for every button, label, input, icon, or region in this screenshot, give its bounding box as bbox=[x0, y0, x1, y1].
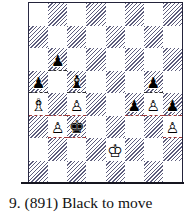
square-a7 bbox=[29, 26, 48, 49]
piece-white-pawn: ♙ bbox=[166, 121, 179, 137]
square-f6 bbox=[125, 48, 144, 71]
square-c8 bbox=[67, 3, 86, 26]
piece-black-pawn: ♟ bbox=[51, 54, 64, 70]
square-c5: ♝ bbox=[67, 71, 86, 94]
square-g7 bbox=[144, 26, 163, 49]
square-f2 bbox=[125, 138, 144, 161]
square-b1 bbox=[48, 161, 67, 184]
square-f3 bbox=[125, 116, 144, 139]
square-d7 bbox=[86, 26, 105, 49]
square-e2: ♔ bbox=[106, 138, 125, 161]
square-h7 bbox=[163, 26, 182, 49]
square-b8 bbox=[48, 3, 67, 26]
diagram-page: ♟♟♝♟♗♙♟♙♟♙♚♙♔ 9. (891) Black to move bbox=[0, 0, 185, 218]
square-f5 bbox=[125, 71, 144, 94]
square-h5 bbox=[163, 71, 182, 94]
square-e4 bbox=[106, 93, 125, 116]
square-g8 bbox=[144, 3, 163, 26]
square-h6 bbox=[163, 48, 182, 71]
square-c6 bbox=[67, 48, 86, 71]
square-g3 bbox=[144, 116, 163, 139]
piece-black-pawn: ♟ bbox=[32, 76, 45, 92]
chess-board: ♟♟♝♟♗♙♟♙♟♙♚♙♔ bbox=[28, 2, 183, 183]
piece-black-pawn: ♟ bbox=[127, 99, 140, 115]
square-e6 bbox=[106, 48, 125, 71]
piece-black-pawn: ♟ bbox=[147, 76, 160, 92]
square-h1 bbox=[163, 161, 182, 184]
square-h4: ♟ bbox=[163, 93, 182, 116]
square-g6 bbox=[144, 48, 163, 71]
square-b5 bbox=[48, 71, 67, 94]
square-a3 bbox=[29, 116, 48, 139]
piece-white-pawn: ♙ bbox=[51, 121, 64, 137]
square-c2 bbox=[67, 138, 86, 161]
square-f4: ♟ bbox=[125, 93, 144, 116]
square-a6 bbox=[29, 48, 48, 71]
square-b4 bbox=[48, 93, 67, 116]
square-a8 bbox=[29, 3, 48, 26]
square-f7 bbox=[125, 26, 144, 49]
square-e8 bbox=[106, 3, 125, 26]
square-b3: ♙ bbox=[48, 116, 67, 139]
square-f1 bbox=[125, 161, 144, 184]
square-c4: ♙ bbox=[67, 93, 86, 116]
piece-black-pawn: ♟ bbox=[166, 99, 179, 115]
square-g2 bbox=[144, 138, 163, 161]
square-g5: ♟ bbox=[144, 71, 163, 94]
square-c3: ♚ bbox=[67, 116, 86, 139]
square-e3 bbox=[106, 116, 125, 139]
square-h8 bbox=[163, 3, 182, 26]
square-d8 bbox=[86, 3, 105, 26]
square-b7 bbox=[48, 26, 67, 49]
diagram-caption: 9. (891) Black to move bbox=[9, 194, 185, 212]
square-e5 bbox=[106, 71, 125, 94]
square-g1 bbox=[144, 161, 163, 184]
piece-white-king: ♔ bbox=[107, 142, 123, 161]
piece-white-pawn: ♙ bbox=[70, 99, 83, 115]
square-a2 bbox=[29, 138, 48, 161]
square-c7 bbox=[67, 26, 86, 49]
square-d6 bbox=[86, 48, 105, 71]
square-f8 bbox=[125, 3, 144, 26]
square-e1 bbox=[106, 161, 125, 184]
piece-white-pawn: ♙ bbox=[147, 99, 160, 115]
square-d4 bbox=[86, 93, 105, 116]
square-h2 bbox=[163, 138, 182, 161]
square-b2 bbox=[48, 138, 67, 161]
square-e7 bbox=[106, 26, 125, 49]
square-d1 bbox=[86, 161, 105, 184]
square-h3: ♙ bbox=[163, 116, 182, 139]
piece-black-king: ♚ bbox=[69, 118, 85, 137]
square-g4: ♙ bbox=[144, 93, 163, 116]
square-a5: ♟ bbox=[29, 71, 48, 94]
piece-black-bishop: ♝ bbox=[69, 73, 85, 92]
square-a4: ♗ bbox=[29, 93, 48, 116]
square-d5 bbox=[86, 71, 105, 94]
board-bottom-rule bbox=[21, 182, 184, 184]
square-b6: ♟ bbox=[48, 48, 67, 71]
piece-white-bishop: ♗ bbox=[30, 96, 46, 115]
square-c1 bbox=[67, 161, 86, 184]
square-d3 bbox=[86, 116, 105, 139]
square-a1 bbox=[29, 161, 48, 184]
square-d2 bbox=[86, 138, 105, 161]
